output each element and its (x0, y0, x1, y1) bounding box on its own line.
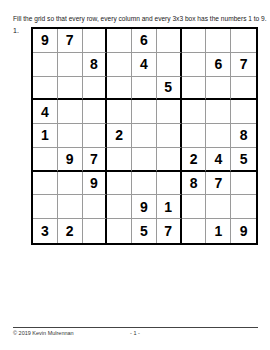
sudoku-cell-r7c7: 8 (182, 172, 207, 196)
sudoku-cell-r7c6[interactable] (157, 172, 182, 196)
sudoku-cell-r9c9: 9 (231, 219, 256, 243)
sudoku-cell-r3c9[interactable] (231, 77, 256, 101)
sudoku-cell-r5c8[interactable] (206, 124, 231, 148)
sudoku-cell-r3c1[interactable] (33, 77, 58, 101)
sudoku-cell-r1c4[interactable] (107, 29, 132, 53)
sudoku-cell-r2c8: 6 (206, 53, 231, 77)
sudoku-cell-r8c6: 1 (157, 195, 182, 219)
sudoku-cell-r3c8[interactable] (206, 77, 231, 101)
footer-divider (13, 327, 258, 328)
sudoku-cell-r7c1[interactable] (33, 172, 58, 196)
sudoku-cell-r4c9[interactable] (231, 100, 256, 124)
sudoku-cell-r4c5[interactable] (132, 100, 157, 124)
sudoku-cell-r4c2[interactable] (58, 100, 83, 124)
sudoku-cell-r2c3: 8 (83, 53, 108, 77)
sudoku-cell-r5c1: 1 (33, 124, 58, 148)
sudoku-cell-r5c2[interactable] (58, 124, 83, 148)
sudoku-cell-r9c5: 5 (132, 219, 157, 243)
sudoku-cell-r1c7[interactable] (182, 29, 207, 53)
instructions-text: Fill the grid so that every row, every c… (13, 15, 267, 22)
sudoku-cell-r5c6[interactable] (157, 124, 182, 148)
sudoku-cell-r7c3: 9 (83, 172, 108, 196)
sudoku-cell-r9c1: 3 (33, 219, 58, 243)
footer-page-number: - 1 - (0, 330, 270, 336)
worksheet-page: Fill the grid so that every row, every c… (0, 0, 270, 350)
sudoku-cell-r8c9[interactable] (231, 195, 256, 219)
sudoku-cell-r6c4[interactable] (107, 148, 132, 172)
sudoku-cell-r1c2: 7 (58, 29, 83, 53)
sudoku-cell-r6c8: 4 (206, 148, 231, 172)
sudoku-cell-r3c3[interactable] (83, 77, 108, 101)
sudoku-cell-r8c3[interactable] (83, 195, 108, 219)
sudoku-cell-r4c6[interactable] (157, 100, 182, 124)
sudoku-cell-r6c5[interactable] (132, 148, 157, 172)
sudoku-cell-r9c8: 1 (206, 219, 231, 243)
sudoku-cell-r6c1[interactable] (33, 148, 58, 172)
sudoku-cell-r2c6[interactable] (157, 53, 182, 77)
sudoku-cell-r5c5[interactable] (132, 124, 157, 148)
sudoku-cell-r5c9: 8 (231, 124, 256, 148)
sudoku-cell-r3c7[interactable] (182, 77, 207, 101)
sudoku-cell-r2c5: 4 (132, 53, 157, 77)
sudoku-cell-r8c4[interactable] (107, 195, 132, 219)
sudoku-cell-r6c2: 9 (58, 148, 83, 172)
sudoku-cell-r6c7: 2 (182, 148, 207, 172)
sudoku-cell-r4c7[interactable] (182, 100, 207, 124)
sudoku-cell-r1c5: 6 (132, 29, 157, 53)
sudoku-cell-r6c3: 7 (83, 148, 108, 172)
sudoku-cell-r1c9[interactable] (231, 29, 256, 53)
sudoku-cell-r1c8[interactable] (206, 29, 231, 53)
sudoku-cell-r1c1: 9 (33, 29, 58, 53)
sudoku-cell-r1c3[interactable] (83, 29, 108, 53)
sudoku-cell-r3c6: 5 (157, 77, 182, 101)
sudoku-cell-r4c4[interactable] (107, 100, 132, 124)
sudoku-cell-r6c6[interactable] (157, 148, 182, 172)
sudoku-cell-r5c4: 2 (107, 124, 132, 148)
sudoku-cell-r9c6: 7 (157, 219, 182, 243)
sudoku-cell-r7c5[interactable] (132, 172, 157, 196)
sudoku-cell-r2c9: 7 (231, 53, 256, 77)
sudoku-cell-r7c2[interactable] (58, 172, 83, 196)
sudoku-cell-r7c9[interactable] (231, 172, 256, 196)
sudoku-cell-r3c4[interactable] (107, 77, 132, 101)
sudoku-cell-r2c7[interactable] (182, 53, 207, 77)
sudoku-cell-r4c8[interactable] (206, 100, 231, 124)
sudoku-cell-r5c3[interactable] (83, 124, 108, 148)
sudoku-cell-r2c2[interactable] (58, 53, 83, 77)
sudoku-cell-r2c4[interactable] (107, 53, 132, 77)
sudoku-cell-r9c7[interactable] (182, 219, 207, 243)
sudoku-cell-r6c9: 5 (231, 148, 256, 172)
sudoku-cell-r2c1[interactable] (33, 53, 58, 77)
sudoku-cell-r4c3[interactable] (83, 100, 108, 124)
sudoku-cell-r4c1: 4 (33, 100, 58, 124)
sudoku-cell-r7c4[interactable] (107, 172, 132, 196)
sudoku-cell-r8c5: 9 (132, 195, 157, 219)
sudoku-cell-r3c2[interactable] (58, 77, 83, 101)
sudoku-cell-r8c8[interactable] (206, 195, 231, 219)
sudoku-cell-r9c4[interactable] (107, 219, 132, 243)
sudoku-cell-r8c2[interactable] (58, 195, 83, 219)
sudoku-cell-r9c3[interactable] (83, 219, 108, 243)
sudoku-board: 9768467541289724598791325719 (31, 27, 258, 245)
sudoku-cell-r3c5[interactable] (132, 77, 157, 101)
sudoku-cell-r5c7[interactable] (182, 124, 207, 148)
sudoku-cell-r9c2: 2 (58, 219, 83, 243)
sudoku-cell-r8c7[interactable] (182, 195, 207, 219)
puzzle-number-label: 1. (13, 27, 19, 34)
sudoku-cell-r8c1[interactable] (33, 195, 58, 219)
sudoku-cell-r7c8: 7 (206, 172, 231, 196)
sudoku-cell-r1c6[interactable] (157, 29, 182, 53)
